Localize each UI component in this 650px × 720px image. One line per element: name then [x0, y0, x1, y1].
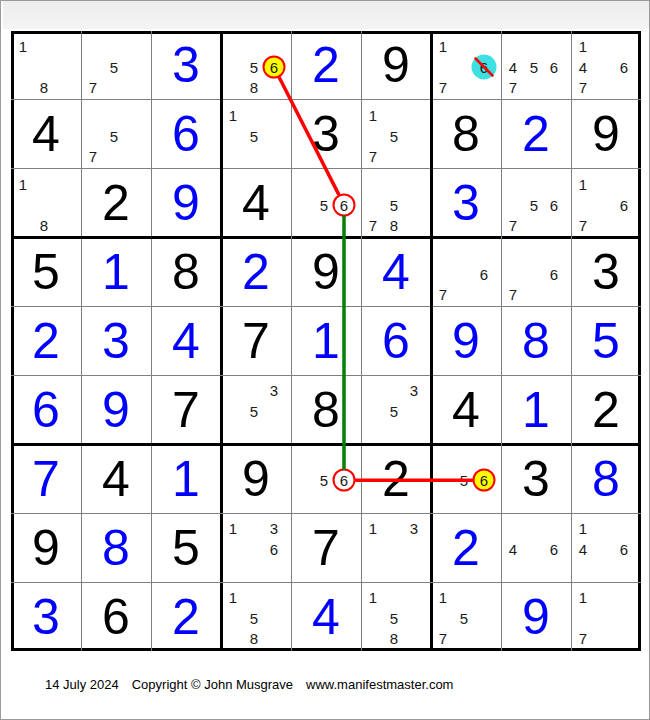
cell-r6c8[interactable]: 1	[501, 375, 571, 444]
candidate-8: 8	[390, 217, 398, 232]
candidate-6: 6	[550, 60, 558, 75]
candidate-6: 6	[620, 60, 628, 75]
solved-digit: 1	[151, 444, 221, 513]
cell-r5c6[interactable]: 6	[361, 307, 431, 376]
cell-r7c6[interactable]: 2	[361, 444, 431, 513]
candidate-6: 6	[480, 266, 488, 281]
candidate-6: 6	[340, 197, 348, 212]
solved-digit: 5	[571, 307, 641, 376]
cell-r7c9[interactable]: 8	[571, 444, 641, 513]
cell-r9c1[interactable]: 3	[11, 582, 81, 651]
cell-r2c9[interactable]: 9	[571, 100, 641, 169]
cell-r1c8[interactable]: 4567	[501, 31, 571, 100]
footer-website: www.manifestmaster.com	[306, 677, 453, 692]
given-digit: 3	[501, 444, 571, 513]
given-digit: 4	[221, 169, 291, 238]
cell-r1c2[interactable]: 57	[81, 31, 151, 100]
candidate-6: 6	[480, 60, 488, 75]
candidate-8: 8	[390, 631, 398, 646]
cell-r1c7[interactable]: 167	[431, 31, 501, 100]
given-digit: 4	[431, 375, 501, 444]
given-digit: 9	[361, 31, 431, 100]
candidate-1: 1	[579, 521, 587, 536]
solved-digit: 8	[571, 444, 641, 513]
solved-digit: 1	[291, 307, 361, 376]
footer-date: 14 July 2024	[45, 677, 119, 692]
candidate-1: 1	[229, 107, 237, 122]
cell-r5c5[interactable]: 1	[291, 307, 361, 376]
cell-r5c9[interactable]: 5	[571, 307, 641, 376]
candidate-5: 5	[110, 128, 118, 143]
candidate-5: 5	[390, 197, 398, 212]
candidate-8: 8	[40, 80, 48, 95]
cell-r5c8[interactable]: 8	[501, 307, 571, 376]
cell-r6c3[interactable]: 7	[151, 375, 221, 444]
solved-digit: 2	[221, 238, 291, 307]
given-digit: 5	[11, 238, 81, 307]
cell-r7c5[interactable]: 56	[291, 444, 361, 513]
cell-r2c1[interactable]: 4	[11, 100, 81, 169]
candidate-6: 6	[550, 197, 558, 212]
cell-r8c5[interactable]: 7	[291, 513, 361, 582]
solved-digit: 3	[11, 582, 81, 651]
cell-r8c6[interactable]: 13	[361, 513, 431, 582]
candidate-4: 4	[509, 60, 517, 75]
candidate-7: 7	[439, 286, 447, 301]
solved-digit: 2	[291, 31, 361, 100]
candidate-5: 5	[460, 611, 468, 626]
cell-r3c4[interactable]: 4	[221, 169, 291, 238]
solved-digit: 8	[501, 307, 571, 376]
given-digit: 3	[291, 100, 361, 169]
candidate-1: 1	[19, 176, 27, 191]
given-digit: 6	[81, 582, 151, 651]
cell-r1c3[interactable]: 3	[151, 31, 221, 100]
cell-r2c3[interactable]: 6	[151, 100, 221, 169]
candidate-5: 5	[250, 404, 258, 419]
candidate-5: 5	[250, 611, 258, 626]
cell-r6c2[interactable]: 9	[81, 375, 151, 444]
cell-r9c6[interactable]: 158	[361, 582, 431, 651]
candidate-6: 6	[550, 266, 558, 281]
cell-r7c7[interactable]: 56	[431, 444, 501, 513]
cell-r2c8[interactable]: 2	[501, 100, 571, 169]
solved-digit: 6	[11, 375, 81, 444]
solved-digit: 6	[151, 100, 221, 169]
candidate-8: 8	[40, 217, 48, 232]
footer: 14 July 2024 Copyright © John Musgrave w…	[45, 677, 453, 692]
given-digit: 8	[431, 100, 501, 169]
candidate-7: 7	[509, 80, 517, 95]
cell-r8c1[interactable]: 9	[11, 513, 81, 582]
candidate-5: 5	[460, 473, 468, 488]
cell-r8c7[interactable]: 2	[431, 513, 501, 582]
solved-digit: 3	[81, 307, 151, 376]
candidate-4: 4	[579, 542, 587, 557]
cell-r2c4[interactable]: 15	[221, 100, 291, 169]
candidate-1: 1	[229, 521, 237, 536]
candidate-5: 5	[530, 197, 538, 212]
candidate-7: 7	[579, 631, 587, 646]
candidate-5: 5	[110, 60, 118, 75]
given-digit: 4	[81, 444, 151, 513]
candidate-6: 6	[620, 542, 628, 557]
cell-r9c8[interactable]: 9	[501, 582, 571, 651]
cell-r3c3[interactable]: 9	[151, 169, 221, 238]
cell-r1c4[interactable]: 568	[221, 31, 291, 100]
candidate-7: 7	[89, 80, 97, 95]
candidate-6: 6	[620, 197, 628, 212]
solved-digit: 1	[501, 375, 571, 444]
candidate-6: 6	[480, 473, 488, 488]
cell-r6c6[interactable]: 35	[361, 375, 431, 444]
solved-digit: 4	[151, 307, 221, 376]
given-digit: 5	[151, 513, 221, 582]
cell-r9c7[interactable]: 157	[431, 582, 501, 651]
candidate-7: 7	[509, 286, 517, 301]
cell-r6c9[interactable]: 2	[571, 375, 641, 444]
given-digit: 9	[571, 100, 641, 169]
candidate-4: 4	[509, 542, 517, 557]
candidate-5: 5	[250, 60, 258, 75]
solved-digit: 2	[431, 513, 501, 582]
cell-r4c2[interactable]: 1	[81, 238, 151, 307]
cell-r5c3[interactable]: 4	[151, 307, 221, 376]
cell-r7c4[interactable]: 9	[221, 444, 291, 513]
given-digit: 7	[151, 375, 221, 444]
given-digit: 8	[291, 375, 361, 444]
cell-r8c8[interactable]: 46	[501, 513, 571, 582]
candidate-4: 4	[579, 60, 587, 75]
given-digit: 9	[11, 513, 81, 582]
candidate-3: 3	[270, 383, 278, 398]
candidate-6: 6	[340, 473, 348, 488]
cell-r8c9[interactable]: 146	[571, 513, 641, 582]
cell-r2c5[interactable]: 3	[291, 100, 361, 169]
solved-digit: 9	[81, 375, 151, 444]
given-digit: 9	[221, 444, 291, 513]
cell-r4c8[interactable]: 67	[501, 238, 571, 307]
solved-digit: 9	[151, 169, 221, 238]
candidate-3: 3	[410, 521, 418, 536]
solved-digit: 4	[291, 582, 361, 651]
cell-r4c9[interactable]: 3	[571, 238, 641, 307]
footer-copyright: Copyright © John Musgrave	[132, 677, 293, 692]
cell-r1c1[interactable]: 18	[11, 31, 81, 100]
candidate-7: 7	[579, 217, 587, 232]
solved-digit: 8	[81, 513, 151, 582]
solved-digit: 3	[431, 169, 501, 238]
cell-r9c9[interactable]: 17	[571, 582, 641, 651]
candidate-1: 1	[579, 39, 587, 54]
cell-r5c4[interactable]: 7	[221, 307, 291, 376]
cell-r3c5[interactable]: 56	[291, 169, 361, 238]
candidate-1: 1	[369, 521, 377, 536]
cell-r3c9[interactable]: 167	[571, 169, 641, 238]
candidate-7: 7	[439, 631, 447, 646]
candidate-1: 1	[579, 176, 587, 191]
cell-r5c1[interactable]: 2	[11, 307, 81, 376]
cell-r4c7[interactable]: 67	[431, 238, 501, 307]
cell-r2c7[interactable]: 8	[431, 100, 501, 169]
solved-digit: 6	[361, 307, 431, 376]
candidate-5: 5	[390, 611, 398, 626]
solved-digit: 3	[151, 31, 221, 100]
solved-digit: 7	[11, 444, 81, 513]
cell-r7c8[interactable]: 3	[501, 444, 571, 513]
candidate-1: 1	[19, 39, 27, 54]
given-digit: 7	[221, 307, 291, 376]
cell-r7c1[interactable]: 7	[11, 444, 81, 513]
solved-digit: 9	[431, 307, 501, 376]
cell-r4c5[interactable]: 9	[291, 238, 361, 307]
candidate-8: 8	[250, 631, 258, 646]
cell-r9c2[interactable]: 6	[81, 582, 151, 651]
cell-r4c6[interactable]: 4	[361, 238, 431, 307]
candidate-7: 7	[579, 80, 587, 95]
cell-r3c7[interactable]: 3	[431, 169, 501, 238]
solved-digit: 4	[361, 238, 431, 307]
cell-r9c5[interactable]: 4	[291, 582, 361, 651]
cell-r8c4[interactable]: 136	[221, 513, 291, 582]
solved-digit: 2	[11, 307, 81, 376]
candidate-7: 7	[369, 148, 377, 163]
candidate-5: 5	[320, 473, 328, 488]
sudoku-board: 1857356829167456714674576153157829182945…	[1, 1, 650, 720]
cell-r4c1[interactable]: 5	[11, 238, 81, 307]
cell-r8c2[interactable]: 8	[81, 513, 151, 582]
solved-digit: 9	[501, 582, 571, 651]
cell-r5c7[interactable]: 9	[431, 307, 501, 376]
cell-r1c9[interactable]: 1467	[571, 31, 641, 100]
cell-r2c2[interactable]: 57	[81, 100, 151, 169]
candidate-3: 3	[270, 521, 278, 536]
candidate-6: 6	[550, 542, 558, 557]
given-digit: 4	[11, 100, 81, 169]
cell-r3c8[interactable]: 567	[501, 169, 571, 238]
candidate-8: 8	[250, 80, 258, 95]
given-digit: 2	[81, 169, 151, 238]
given-digit: 3	[571, 238, 641, 307]
cell-r6c7[interactable]: 4	[431, 375, 501, 444]
candidate-5: 5	[390, 404, 398, 419]
candidate-1: 1	[369, 107, 377, 122]
cell-r6c4[interactable]: 35	[221, 375, 291, 444]
candidate-5: 5	[530, 60, 538, 75]
candidate-5: 5	[390, 128, 398, 143]
given-digit: 7	[291, 513, 361, 582]
candidate-6: 6	[270, 60, 278, 75]
candidate-1: 1	[439, 39, 447, 54]
cell-r9c4[interactable]: 158	[221, 582, 291, 651]
candidate-1: 1	[229, 590, 237, 605]
solved-digit: 1	[81, 238, 151, 307]
cell-r4c3[interactable]: 8	[151, 238, 221, 307]
solved-digit: 2	[501, 100, 571, 169]
cell-r3c6[interactable]: 578	[361, 169, 431, 238]
cell-r4c4[interactable]: 2	[221, 238, 291, 307]
cell-r6c1[interactable]: 6	[11, 375, 81, 444]
solved-digit: 2	[151, 582, 221, 651]
candidate-1: 1	[439, 590, 447, 605]
candidate-5: 5	[250, 128, 258, 143]
cell-r2c6[interactable]: 157	[361, 100, 431, 169]
candidate-5: 5	[320, 197, 328, 212]
given-digit: 8	[151, 238, 221, 307]
candidate-3: 3	[410, 383, 418, 398]
given-digit: 9	[291, 238, 361, 307]
given-digit: 2	[361, 444, 431, 513]
cell-r1c5[interactable]: 2	[291, 31, 361, 100]
cell-r7c2[interactable]: 4	[81, 444, 151, 513]
candidate-6: 6	[270, 542, 278, 557]
cell-r3c1[interactable]: 18	[11, 169, 81, 238]
cell-r9c3[interactable]: 2	[151, 582, 221, 651]
cell-r5c2[interactable]: 3	[81, 307, 151, 376]
given-digit: 2	[571, 375, 641, 444]
cell-r3c2[interactable]: 2	[81, 169, 151, 238]
cell-r8c3[interactable]: 5	[151, 513, 221, 582]
candidate-1: 1	[579, 590, 587, 605]
candidate-7: 7	[369, 217, 377, 232]
cell-r6c5[interactable]: 8	[291, 375, 361, 444]
candidate-7: 7	[89, 148, 97, 163]
candidate-7: 7	[509, 217, 517, 232]
cell-r1c6[interactable]: 9	[361, 31, 431, 100]
cell-r7c3[interactable]: 1	[151, 444, 221, 513]
candidate-7: 7	[439, 80, 447, 95]
app-window: 1857356829167456714674576153157829182945…	[0, 0, 650, 720]
candidate-1: 1	[369, 590, 377, 605]
